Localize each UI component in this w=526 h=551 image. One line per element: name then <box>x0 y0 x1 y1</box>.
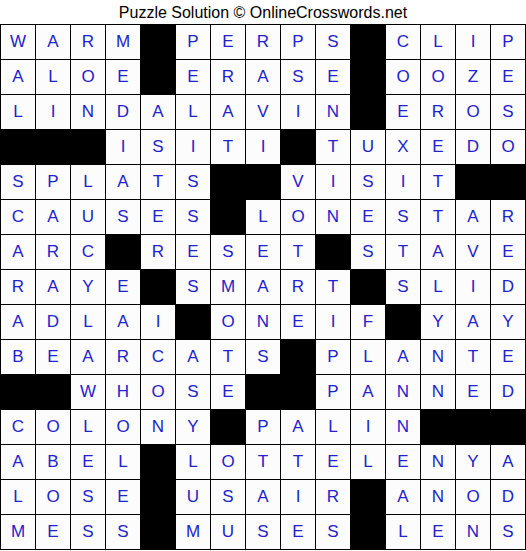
letter-cell-r6c13: T <box>421 200 455 234</box>
letter-cell-r5c11: S <box>351 165 385 199</box>
letter-cell-r3c9: I <box>281 95 315 129</box>
letter-cell-r7c9: T <box>281 235 315 269</box>
block-cell-r6c7 <box>211 200 245 234</box>
letter-cell-r11c15: D <box>491 375 525 409</box>
letter-cell-r11c10: P <box>316 375 350 409</box>
letter-cell-r11c7: E <box>211 375 245 409</box>
letter-cell-r7c12: T <box>386 235 420 269</box>
letter-cell-r3c5: A <box>141 95 175 129</box>
letter-cell-r9c11: F <box>351 305 385 339</box>
letter-cell-r10c12: A <box>386 340 420 374</box>
letter-cell-r3c8: V <box>246 95 280 129</box>
letter-cell-r3c3: N <box>71 95 105 129</box>
letter-cell-r5c13: T <box>421 165 455 199</box>
letter-cell-r6c1: C <box>1 200 35 234</box>
letter-cell-r9c1: A <box>1 305 35 339</box>
letter-cell-r10c3: A <box>71 340 105 374</box>
letter-cell-r1c8: R <box>246 25 280 59</box>
letter-cell-r9c5: I <box>141 305 175 339</box>
letter-cell-r10c6: A <box>176 340 210 374</box>
block-cell-r15c5 <box>141 515 175 549</box>
letter-cell-r6c2: A <box>36 200 70 234</box>
block-cell-r4c9 <box>281 130 315 164</box>
letter-cell-r3c14: O <box>456 95 490 129</box>
letter-cell-r14c14: O <box>456 480 490 514</box>
letter-cell-r5c12: I <box>386 165 420 199</box>
letter-cell-r13c8: T <box>246 445 280 479</box>
block-cell-r14c5 <box>141 480 175 514</box>
letter-cell-r7c6: E <box>176 235 210 269</box>
letter-cell-r4c8: I <box>246 130 280 164</box>
letter-cell-r1c2: A <box>36 25 70 59</box>
letter-cell-r14c2: O <box>36 480 70 514</box>
letter-cell-r13c1: A <box>1 445 35 479</box>
letter-cell-r1c14: I <box>456 25 490 59</box>
block-cell-r9c6 <box>176 305 210 339</box>
block-cell-r10c9 <box>281 340 315 374</box>
letter-cell-r8c12: S <box>386 270 420 304</box>
letter-cell-r3c10: N <box>316 95 350 129</box>
letter-cell-r11c14: E <box>456 375 490 409</box>
letter-cell-r1c1: W <box>1 25 35 59</box>
letter-cell-r2c8: A <box>246 60 280 94</box>
letter-cell-r8c1: R <box>1 270 35 304</box>
puzzle-solution-page: Puzzle Solution © OnlineCrosswords.net W… <box>0 0 526 551</box>
letter-cell-r14c15: D <box>491 480 525 514</box>
block-cell-r3c11 <box>351 95 385 129</box>
letter-cell-r7c15: E <box>491 235 525 269</box>
letter-cell-r5c2: P <box>36 165 70 199</box>
letter-cell-r10c13: N <box>421 340 455 374</box>
letter-cell-r7c7: S <box>211 235 245 269</box>
letter-cell-r8c6: S <box>176 270 210 304</box>
letter-cell-r10c4: R <box>106 340 140 374</box>
letter-cell-r13c3: E <box>71 445 105 479</box>
letter-cell-r13c7: O <box>211 445 245 479</box>
letter-cell-r12c9: A <box>281 410 315 444</box>
block-cell-r11c9 <box>281 375 315 409</box>
letter-cell-r4c10: T <box>316 130 350 164</box>
letter-cell-r14c6: U <box>176 480 210 514</box>
letter-cell-r8c14: I <box>456 270 490 304</box>
letter-cell-r12c3: L <box>71 410 105 444</box>
letter-cell-r15c8: S <box>246 515 280 549</box>
letter-cell-r9c8: N <box>246 305 280 339</box>
letter-cell-r14c1: L <box>1 480 35 514</box>
letter-cell-r10c8: S <box>246 340 280 374</box>
letter-cell-r3c12: E <box>386 95 420 129</box>
letter-cell-r6c11: E <box>351 200 385 234</box>
letter-cell-r1c4: M <box>106 25 140 59</box>
letter-cell-r12c12: N <box>386 410 420 444</box>
letter-cell-r1c15: P <box>491 25 525 59</box>
letter-cell-r6c6: S <box>176 200 210 234</box>
letter-cell-r11c12: N <box>386 375 420 409</box>
letter-cell-r3c4: D <box>106 95 140 129</box>
letter-cell-r7c3: C <box>71 235 105 269</box>
letter-cell-r2c15: E <box>491 60 525 94</box>
letter-cell-r8c8: A <box>246 270 280 304</box>
block-cell-r4c2 <box>36 130 70 164</box>
letter-cell-r9c7: O <box>211 305 245 339</box>
letter-cell-r14c10: R <box>316 480 350 514</box>
letter-cell-r4c15: O <box>491 130 525 164</box>
block-cell-r5c8 <box>246 165 280 199</box>
block-cell-r12c7 <box>211 410 245 444</box>
letter-cell-r12c8: P <box>246 410 280 444</box>
letter-cell-r12c4: O <box>106 410 140 444</box>
letter-cell-r15c4: S <box>106 515 140 549</box>
letter-cell-r4c14: D <box>456 130 490 164</box>
letter-cell-r10c15: E <box>491 340 525 374</box>
letter-cell-r14c8: A <box>246 480 280 514</box>
letter-cell-r3c6: L <box>176 95 210 129</box>
letter-cell-r13c13: N <box>421 445 455 479</box>
letter-cell-r4c5: S <box>141 130 175 164</box>
letter-cell-r5c10: I <box>316 165 350 199</box>
letter-cell-r6c8: L <box>246 200 280 234</box>
letter-cell-r5c3: L <box>71 165 105 199</box>
letter-cell-r6c14: A <box>456 200 490 234</box>
letter-cell-r7c11: S <box>351 235 385 269</box>
letter-cell-r2c10: E <box>316 60 350 94</box>
letter-cell-r5c9: V <box>281 165 315 199</box>
letter-cell-r15c13: E <box>421 515 455 549</box>
letter-cell-r13c14: Y <box>456 445 490 479</box>
block-cell-r1c11 <box>351 25 385 59</box>
letter-cell-r2c4: E <box>106 60 140 94</box>
letter-cell-r4c13: E <box>421 130 455 164</box>
letter-cell-r10c2: E <box>36 340 70 374</box>
letter-cell-r3c1: L <box>1 95 35 129</box>
block-cell-r2c5 <box>141 60 175 94</box>
block-cell-r4c3 <box>71 130 105 164</box>
block-cell-r5c7 <box>211 165 245 199</box>
letter-cell-r1c6: P <box>176 25 210 59</box>
block-cell-r12c14 <box>456 410 490 444</box>
letter-cell-r8c13: L <box>421 270 455 304</box>
letter-cell-r2c3: O <box>71 60 105 94</box>
letter-cell-r5c5: T <box>141 165 175 199</box>
letter-cell-r9c4: A <box>106 305 140 339</box>
block-cell-r7c4 <box>106 235 140 269</box>
letter-cell-r14c3: S <box>71 480 105 514</box>
letter-cell-r13c12: E <box>386 445 420 479</box>
block-cell-r13c5 <box>141 445 175 479</box>
letter-cell-r9c9: E <box>281 305 315 339</box>
letter-cell-r15c1: M <box>1 515 35 549</box>
letter-cell-r3c7: A <box>211 95 245 129</box>
letter-cell-r9c15: Y <box>491 305 525 339</box>
letter-cell-r4c7: T <box>211 130 245 164</box>
letter-cell-r1c9: P <box>281 25 315 59</box>
letter-cell-r15c9: E <box>281 515 315 549</box>
letter-cell-r4c12: X <box>386 130 420 164</box>
letter-cell-r11c6: S <box>176 375 210 409</box>
letter-cell-r14c13: N <box>421 480 455 514</box>
block-cell-r12c15 <box>491 410 525 444</box>
letter-cell-r6c9: O <box>281 200 315 234</box>
letter-cell-r13c6: L <box>176 445 210 479</box>
letter-cell-r11c11: A <box>351 375 385 409</box>
letter-cell-r5c1: S <box>1 165 35 199</box>
block-cell-r4c1 <box>1 130 35 164</box>
letter-cell-r8c4: E <box>106 270 140 304</box>
letter-cell-r8c3: Y <box>71 270 105 304</box>
letter-cell-r5c4: A <box>106 165 140 199</box>
letter-cell-r2c2: L <box>36 60 70 94</box>
letter-cell-r15c10: S <box>316 515 350 549</box>
letter-cell-r9c3: L <box>71 305 105 339</box>
letter-cell-r9c14: A <box>456 305 490 339</box>
letter-cell-r6c4: S <box>106 200 140 234</box>
letter-cell-r14c12: A <box>386 480 420 514</box>
letter-cell-r13c15: A <box>491 445 525 479</box>
letter-cell-r1c13: L <box>421 25 455 59</box>
letter-cell-r13c9: T <box>281 445 315 479</box>
letter-cell-r8c10: T <box>316 270 350 304</box>
letter-cell-r12c11: I <box>351 410 385 444</box>
letter-cell-r6c12: S <box>386 200 420 234</box>
block-cell-r15c11 <box>351 515 385 549</box>
letter-cell-r10c11: L <box>351 340 385 374</box>
letter-cell-r4c4: I <box>106 130 140 164</box>
letter-cell-r10c10: P <box>316 340 350 374</box>
letter-cell-r15c2: E <box>36 515 70 549</box>
block-cell-r9c12 <box>386 305 420 339</box>
block-cell-r11c8 <box>246 375 280 409</box>
letter-cell-r12c10: L <box>316 410 350 444</box>
letter-cell-r10c14: T <box>456 340 490 374</box>
letter-cell-r13c11: L <box>351 445 385 479</box>
letter-cell-r1c10: S <box>316 25 350 59</box>
letter-cell-r14c7: S <box>211 480 245 514</box>
letter-cell-r11c5: O <box>141 375 175 409</box>
letter-cell-r3c15: S <box>491 95 525 129</box>
letter-cell-r15c15: S <box>491 515 525 549</box>
letter-cell-r12c2: O <box>36 410 70 444</box>
letter-cell-r10c5: C <box>141 340 175 374</box>
letter-cell-r2c12: O <box>386 60 420 94</box>
letter-cell-r2c13: O <box>421 60 455 94</box>
letter-cell-r2c14: Z <box>456 60 490 94</box>
letter-cell-r1c7: E <box>211 25 245 59</box>
letter-cell-r15c6: M <box>176 515 210 549</box>
letter-cell-r7c8: E <box>246 235 280 269</box>
block-cell-r12c13 <box>421 410 455 444</box>
letter-cell-r11c13: N <box>421 375 455 409</box>
block-cell-r14c11 <box>351 480 385 514</box>
letter-cell-r4c11: U <box>351 130 385 164</box>
letter-cell-r12c1: C <box>1 410 35 444</box>
letter-cell-r7c2: R <box>36 235 70 269</box>
letter-cell-r9c2: D <box>36 305 70 339</box>
block-cell-r11c1 <box>1 375 35 409</box>
letter-cell-r7c1: A <box>1 235 35 269</box>
letter-cell-r4c6: I <box>176 130 210 164</box>
letter-cell-r15c12: L <box>386 515 420 549</box>
block-cell-r5c14 <box>456 165 490 199</box>
letter-cell-r14c4: E <box>106 480 140 514</box>
block-cell-r8c11 <box>351 270 385 304</box>
letter-cell-r3c13: R <box>421 95 455 129</box>
letter-cell-r2c9: S <box>281 60 315 94</box>
block-cell-r5c15 <box>491 165 525 199</box>
block-cell-r1c5 <box>141 25 175 59</box>
letter-cell-r1c12: C <box>386 25 420 59</box>
letter-cell-r1c3: R <box>71 25 105 59</box>
block-cell-r7c10 <box>316 235 350 269</box>
letter-cell-r9c10: I <box>316 305 350 339</box>
letter-cell-r13c10: E <box>316 445 350 479</box>
letter-cell-r5c6: S <box>176 165 210 199</box>
letter-cell-r6c10: N <box>316 200 350 234</box>
crossword-grid: WARMPERPSCLIPALOEERASEOOZELINDALAVINEROS… <box>0 24 526 550</box>
letter-cell-r3c2: I <box>36 95 70 129</box>
letter-cell-r6c5: E <box>141 200 175 234</box>
letter-cell-r8c15: D <box>491 270 525 304</box>
letter-cell-r14c9: I <box>281 480 315 514</box>
page-title: Puzzle Solution © OnlineCrosswords.net <box>0 0 526 24</box>
block-cell-r2c11 <box>351 60 385 94</box>
block-cell-r8c5 <box>141 270 175 304</box>
letter-cell-r12c6: Y <box>176 410 210 444</box>
letter-cell-r2c7: R <box>211 60 245 94</box>
letter-cell-r15c14: N <box>456 515 490 549</box>
letter-cell-r13c4: L <box>106 445 140 479</box>
letter-cell-r8c9: R <box>281 270 315 304</box>
letter-cell-r7c13: A <box>421 235 455 269</box>
letter-cell-r10c1: B <box>1 340 35 374</box>
letter-cell-r9c13: Y <box>421 305 455 339</box>
letter-cell-r6c15: R <box>491 200 525 234</box>
letter-cell-r15c7: U <box>211 515 245 549</box>
letter-cell-r2c1: A <box>1 60 35 94</box>
letter-cell-r2c6: E <box>176 60 210 94</box>
letter-cell-r7c14: V <box>456 235 490 269</box>
letter-cell-r7c5: R <box>141 235 175 269</box>
letter-cell-r11c3: W <box>71 375 105 409</box>
letter-cell-r6c3: U <box>71 200 105 234</box>
block-cell-r11c2 <box>36 375 70 409</box>
letter-cell-r8c2: A <box>36 270 70 304</box>
letter-cell-r10c7: T <box>211 340 245 374</box>
letter-cell-r8c7: M <box>211 270 245 304</box>
letter-cell-r13c2: B <box>36 445 70 479</box>
letter-cell-r15c3: S <box>71 515 105 549</box>
letter-cell-r11c4: H <box>106 375 140 409</box>
letter-cell-r12c5: N <box>141 410 175 444</box>
